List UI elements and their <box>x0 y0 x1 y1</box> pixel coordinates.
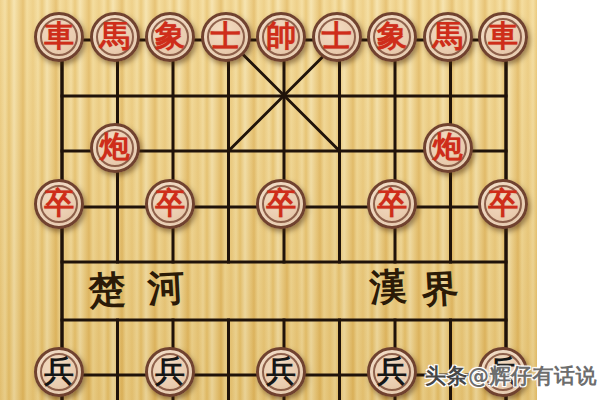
piece-red-帥-f5r1[interactable]: 帥 <box>256 12 306 62</box>
river-label-han: 漢 <box>369 268 408 307</box>
piece-character: 車 <box>44 21 74 51</box>
piece-black-兵-f3r7[interactable]: 兵 <box>145 347 195 397</box>
river-label-jie: 界 <box>421 270 460 309</box>
piece-red-卒-f7r4[interactable]: 卒 <box>367 179 417 229</box>
piece-red-卒-f9r4[interactable]: 卒 <box>478 179 528 229</box>
river-label-he: 河 <box>147 269 186 308</box>
piece-black-兵-f7r7[interactable]: 兵 <box>367 347 417 397</box>
piece-character: 馬 <box>100 21 130 51</box>
piece-character: 卒 <box>488 188 518 218</box>
piece-red-卒-f5r4[interactable]: 卒 <box>256 179 306 229</box>
piece-character: 象 <box>155 21 185 51</box>
piece-red-士-f6r1[interactable]: 士 <box>312 12 362 62</box>
piece-character: 兵 <box>44 356 74 386</box>
piece-red-車-f1r1[interactable]: 車 <box>34 12 84 62</box>
piece-character: 炮 <box>100 132 130 162</box>
watermark-handle: @辉仔有话说 <box>468 364 597 388</box>
piece-red-馬-f2r1[interactable]: 馬 <box>90 12 140 62</box>
piece-character: 卒 <box>377 188 407 218</box>
piece-character: 帥 <box>266 21 296 51</box>
piece-red-象-f7r1[interactable]: 象 <box>367 12 417 62</box>
piece-character: 象 <box>377 21 407 51</box>
piece-character: 兵 <box>266 356 296 386</box>
piece-character: 卒 <box>44 188 74 218</box>
piece-red-馬-f8r1[interactable]: 馬 <box>423 12 473 62</box>
piece-character: 兵 <box>377 356 407 386</box>
piece-red-卒-f3r4[interactable]: 卒 <box>145 179 195 229</box>
piece-character: 士 <box>211 21 241 51</box>
piece-character: 炮 <box>433 132 463 162</box>
piece-red-炮-f8r3[interactable]: 炮 <box>423 123 473 173</box>
piece-black-兵-f1r7[interactable]: 兵 <box>34 347 84 397</box>
piece-red-士-f4r1[interactable]: 士 <box>201 12 251 62</box>
piece-character: 卒 <box>266 188 296 218</box>
piece-red-炮-f2r3[interactable]: 炮 <box>90 123 140 173</box>
piece-character: 卒 <box>155 188 185 218</box>
river-label-chu: 楚 <box>88 271 127 310</box>
watermark: 头条@辉仔有话说 <box>425 362 597 390</box>
watermark-brand: 头条 <box>425 364 468 388</box>
piece-red-車-f9r1[interactable]: 車 <box>478 12 528 62</box>
piece-red-卒-f1r4[interactable]: 卒 <box>34 179 84 229</box>
piece-character: 車 <box>488 21 518 51</box>
piece-character: 士 <box>322 21 352 51</box>
piece-character: 馬 <box>433 21 463 51</box>
screenshot-stage: 楚 河 漢 界 車馬象士帥士象馬車炮炮卒卒卒卒卒兵兵兵兵兵 头条@辉仔有话说 <box>0 0 600 400</box>
piece-black-兵-f5r7[interactable]: 兵 <box>256 347 306 397</box>
piece-red-象-f3r1[interactable]: 象 <box>145 12 195 62</box>
piece-character: 兵 <box>155 356 185 386</box>
